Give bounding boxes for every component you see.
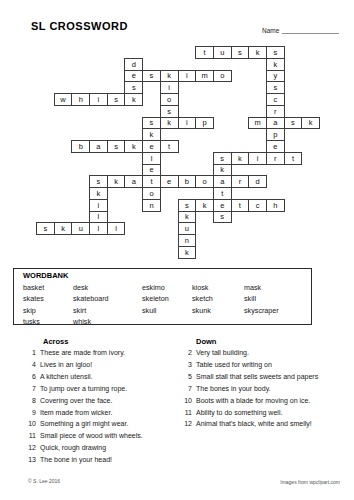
grid-cell-r12c8: e (160, 175, 179, 188)
clue-number: 11 (156, 407, 192, 419)
wordbank-word: skunk (192, 305, 244, 317)
grid-cell-r18c9: k (178, 246, 197, 259)
clue-text: Boots with a blade for moving on ice. (196, 395, 352, 407)
grid-cell-r10c13: i (248, 152, 267, 165)
grid-cell-r16c2: k (54, 222, 73, 235)
clue-text: Very tall building. (196, 347, 352, 359)
grid-cell-r12c5: k (107, 175, 126, 188)
clue-number: 12 (156, 418, 192, 430)
grid-cell-r3c7: s (142, 70, 161, 83)
clue-number: 5 (156, 371, 192, 383)
clue-number: 9 (0, 407, 36, 419)
grid-cell-r15c11: s (213, 211, 232, 224)
down-clue-3: 3Table used for writing on (156, 359, 352, 371)
wordbank-word: skyscraper (244, 305, 311, 317)
down-clue-list: 2Very tall building.3Table used for writ… (156, 347, 352, 430)
grid-cell-r7c10: p (195, 117, 214, 130)
grid-cell-r3c11: o (213, 70, 232, 83)
clue-number: 7 (156, 383, 192, 395)
image-credit-text: Images from wpclipart.com (280, 479, 340, 485)
down-clue-7: 7The bones in your body. (156, 383, 352, 395)
down-clue-2: 2Very tall building. (156, 347, 352, 359)
wordbank-word: tusks (23, 316, 73, 328)
across-clue-4: 4Lives in an igloo! (0, 359, 176, 371)
grid-cell-r5c5: s (107, 93, 126, 106)
wordbank-word: skateboard (73, 293, 142, 305)
grid-cell-r10c15: t (284, 152, 303, 165)
down-clue-10: 10Boots with a blade for moving on ice. (156, 395, 352, 407)
across-clues-section: Across 1These are made from ivory.4Lives… (0, 336, 176, 466)
grid-cell-r7c9: i (178, 117, 197, 130)
grid-cell-r5c4: i (89, 93, 108, 106)
grid-cell-r12c10: o (195, 175, 214, 188)
grid-cell-r1c11: u (213, 46, 232, 59)
grid-cell-r14c10: k (195, 199, 214, 212)
grid-cell-r9c4: a (89, 140, 108, 153)
grid-cell-r12c12: r (231, 175, 250, 188)
clue-text: Table used for writing on (196, 359, 352, 371)
wordbank-word: skates (23, 293, 73, 305)
clue-number: 6 (0, 371, 36, 383)
crossword-grid: tusksdkeskimoysiswhiskocsrskipmaskkpbask… (36, 46, 319, 258)
across-clue-12: 12Quick, rough drawing (0, 442, 176, 454)
wordbank-word: skeleton (142, 293, 192, 305)
wordbank-word: sketch (192, 293, 244, 305)
wordbank-word: basket (23, 282, 73, 294)
grid-cell-r5c3: h (71, 93, 90, 106)
wordbank-word: skip (23, 305, 73, 317)
across-clue-7: 7To jump over a turning rope. (0, 383, 176, 395)
copyright-text: © S. Lee 2016 (28, 478, 60, 484)
wordbank-word: desk (73, 282, 142, 294)
across-clue-13: 13The bone in your head! (0, 454, 176, 466)
grid-cell-r5c2: w (54, 93, 73, 106)
name-field: Name (262, 24, 339, 34)
clue-number: 4 (0, 359, 36, 371)
across-clue-8: 8Covering over the face. (0, 395, 176, 407)
grid-cell-r16c4: l (89, 222, 108, 235)
grid-cell-r16c5: l (107, 222, 126, 235)
clue-text: Ability to do something well. (196, 407, 352, 419)
grid-cell-r7c16: k (301, 117, 320, 130)
grid-cell-r1c13: k (248, 46, 267, 59)
grid-cell-r9c5: s (107, 140, 126, 153)
grid-cell-r3c9: i (178, 70, 197, 83)
clue-number: 13 (0, 454, 36, 466)
wordbank-word: skill (244, 293, 311, 305)
wordbank-box: WORDBANK basketdeskeskimokioskmaskskates… (13, 268, 312, 325)
grid-cell-r9c3: b (71, 140, 90, 153)
wordbank-word: skirt (73, 305, 142, 317)
page-title: SL CROSSWORD (31, 20, 128, 32)
clue-number: 11 (0, 430, 36, 442)
down-clue-12: 12Animal that's black, white and smelly! (156, 418, 352, 430)
clue-text: Quick, rough drawing (40, 442, 176, 454)
clue-text: The bones in your body. (196, 383, 352, 395)
down-clues-section: Down 2Very tall building.3Table used for… (156, 336, 352, 430)
grid-cell-r12c9: b (178, 175, 197, 188)
grid-cell-r7c8: k (160, 117, 179, 130)
grid-cell-r1c10: t (195, 46, 214, 59)
grid-cell-r9c6: k (124, 140, 143, 153)
wordbank-word: skull (142, 305, 192, 317)
clue-number: 1 (0, 347, 36, 359)
across-clue-6: 6A kitchen utensil. (0, 371, 176, 383)
name-blank-line (282, 24, 339, 34)
name-label: Name (262, 27, 279, 34)
grid-cell-r5c6: k (124, 93, 143, 106)
grid-cell-r12c13: d (248, 175, 267, 188)
grid-cell-r10c12: k (231, 152, 250, 165)
grid-cell-r16c1: s (36, 222, 55, 235)
clue-text: Small stall that sells sweets and papers (196, 371, 352, 383)
grid-cell-r14c13: c (248, 199, 267, 212)
across-clue-list: 1These are made from ivory.4Lives in an … (0, 347, 176, 466)
clue-number: 10 (0, 418, 36, 430)
down-clue-5: 5Small stall that sells sweets and paper… (156, 371, 352, 383)
clue-text: Small piece of wood with wheels. (40, 430, 176, 442)
clue-text: Animal that's black, white and smelly! (196, 418, 352, 430)
wordbank-word: mask (244, 282, 311, 294)
down-clue-11: 11Ability to do something well. (156, 407, 352, 419)
clue-number: 8 (0, 395, 36, 407)
grid-cell-r16c3: u (71, 222, 90, 235)
wordbank-words: basketdeskeskimokioskmaskskatesskateboar… (23, 282, 311, 328)
grid-cell-r14c14: h (266, 199, 285, 212)
wordbank-word: kiosk (192, 282, 244, 294)
grid-cell-r14c12: t (231, 199, 250, 212)
grid-cell-r7c13: m (248, 117, 267, 130)
grid-cell-r10c14: r (266, 152, 285, 165)
grid-cell-r1c12: s (231, 46, 250, 59)
grid-cell-r3c10: m (195, 70, 214, 83)
grid-cell-r12c6: a (124, 175, 143, 188)
clue-text: The bone in your head! (40, 454, 176, 466)
across-clue-11: 11Small piece of wood with wheels. (0, 430, 176, 442)
grid-cell-r14c7: n (142, 199, 161, 212)
clue-number: 3 (156, 359, 192, 371)
clue-number: 10 (156, 395, 192, 407)
clue-number: 12 (0, 442, 36, 454)
clue-number: 7 (0, 383, 36, 395)
across-clue-1: 1These are made from ivory. (0, 347, 176, 359)
wordbank-title: WORDBANK (23, 271, 311, 282)
clue-number: 2 (156, 347, 192, 359)
grid-cell-r7c15: s (284, 117, 303, 130)
across-clue-9: 9Item made from wicker. (0, 407, 176, 419)
wordbank-word: whisk (73, 316, 142, 328)
across-clue-10: 10Something a girl might wear. (0, 418, 176, 430)
wordbank-word: eskimo (142, 282, 192, 294)
down-title: Down (196, 336, 352, 347)
grid-cell-r9c8: t (160, 140, 179, 153)
